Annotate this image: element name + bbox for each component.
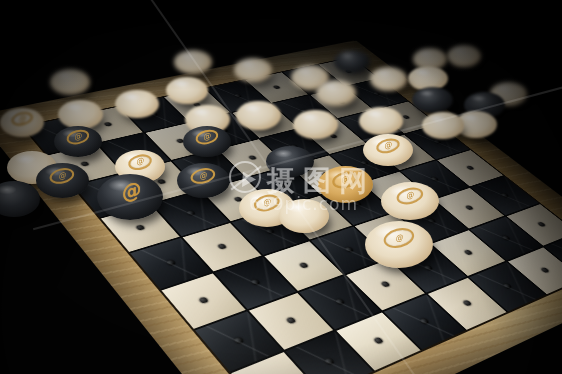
game-piece-black[interactable] (0, 181, 40, 217)
gold-seal-mark: @ (395, 185, 425, 207)
game-piece-cream[interactable] (234, 58, 272, 82)
game-piece-black[interactable]: @ (97, 174, 163, 220)
game-piece-cream[interactable] (422, 112, 464, 139)
gold-seal-mark: @ (252, 192, 282, 214)
game-piece-cream[interactable] (447, 45, 481, 67)
game-piece-cream[interactable]: @ (0, 108, 44, 137)
gold-seal-mark: @ (48, 165, 76, 186)
game-piece-black[interactable]: @ (54, 126, 102, 157)
gold-seal-mark: @ (382, 225, 417, 251)
game-piece-cream[interactable]: @ (363, 134, 413, 166)
game-piece-tan[interactable]: @ (318, 166, 373, 203)
game-piece-cream[interactable] (58, 100, 103, 129)
game-piece-cream[interactable] (50, 69, 90, 95)
gold-seal-mark: @ (194, 128, 220, 147)
game-piece-black[interactable] (334, 50, 370, 73)
game-piece-cream[interactable] (359, 107, 403, 135)
game-piece-black[interactable]: @ (36, 163, 89, 198)
game-piece-black[interactable] (412, 87, 453, 113)
game-piece-black[interactable] (266, 146, 314, 177)
gold-seal-mark: @ (10, 109, 34, 127)
game-piece-cream[interactable] (174, 50, 212, 74)
gold-seal-mark: @ (65, 128, 91, 147)
game-piece-cream[interactable]: @ (365, 221, 433, 268)
game-piece-cream[interactable]: @ (381, 182, 439, 220)
pieces-layer: @@@@@@@@@@@@ (0, 0, 562, 374)
game-piece-black[interactable]: @ (177, 163, 230, 198)
game-piece-cream[interactable] (293, 110, 338, 139)
game-piece-cream[interactable] (370, 67, 407, 91)
gold-seal-mark: @ (330, 169, 359, 191)
game-piece-cream[interactable] (236, 101, 281, 130)
photo-scene: @@@@@@@@@@@@ 摄图网 699pic.com (0, 0, 562, 374)
game-piece-cream[interactable] (316, 80, 356, 106)
gold-seal-mark: @ (118, 179, 142, 203)
game-piece-black[interactable]: @ (183, 126, 231, 157)
game-piece-cream[interactable] (166, 77, 208, 104)
game-piece-cream[interactable] (279, 199, 329, 233)
gold-seal-mark: @ (127, 152, 154, 172)
game-piece-cream[interactable] (115, 90, 159, 118)
gold-seal-mark: @ (375, 136, 402, 156)
gold-seal-mark: @ (189, 165, 217, 186)
